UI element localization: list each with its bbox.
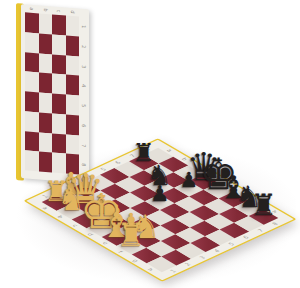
standing-square bbox=[52, 34, 66, 55]
standing-square bbox=[25, 151, 39, 172]
standing-square bbox=[66, 95, 80, 116]
standing-square bbox=[39, 33, 53, 54]
piece-black-pawn: ♟ bbox=[150, 183, 170, 205]
standing-square bbox=[52, 133, 66, 154]
standing-square bbox=[66, 55, 80, 76]
standing-square bbox=[39, 132, 53, 153]
standing-square bbox=[25, 91, 39, 112]
standing-square bbox=[39, 152, 53, 173]
standing-square bbox=[52, 74, 66, 95]
standing-square bbox=[66, 114, 80, 135]
standing-board-grid bbox=[25, 12, 79, 174]
standing-square bbox=[25, 72, 39, 93]
standing-square bbox=[25, 32, 39, 53]
chess-set-photo: abcd 12345678 abcdefgh abcdefgh 12345678… bbox=[0, 0, 300, 288]
standing-square bbox=[25, 111, 39, 132]
standing-square bbox=[66, 16, 80, 37]
standing-square bbox=[25, 12, 39, 33]
standing-square bbox=[39, 73, 53, 94]
standing-board: abcd 12345678 bbox=[21, 4, 89, 183]
standing-board-rank-labels: 12345678 bbox=[79, 17, 89, 176]
standing-square bbox=[52, 14, 66, 35]
standing-square bbox=[52, 93, 66, 114]
piece-black-pawn: ♟ bbox=[180, 170, 199, 191]
standing-square bbox=[66, 75, 80, 96]
standing-square bbox=[25, 52, 39, 73]
standing-square bbox=[66, 134, 80, 155]
standing-square bbox=[39, 112, 53, 133]
standing-square bbox=[39, 13, 53, 34]
standing-square bbox=[52, 113, 66, 134]
standing-square bbox=[66, 35, 80, 56]
piece-black-rook: ♜ bbox=[250, 191, 277, 221]
piece-white-rook: ♜ bbox=[117, 219, 146, 251]
standing-square bbox=[39, 53, 53, 74]
standing-square bbox=[39, 92, 53, 113]
standing-square bbox=[25, 131, 39, 152]
standing-square bbox=[52, 54, 66, 75]
